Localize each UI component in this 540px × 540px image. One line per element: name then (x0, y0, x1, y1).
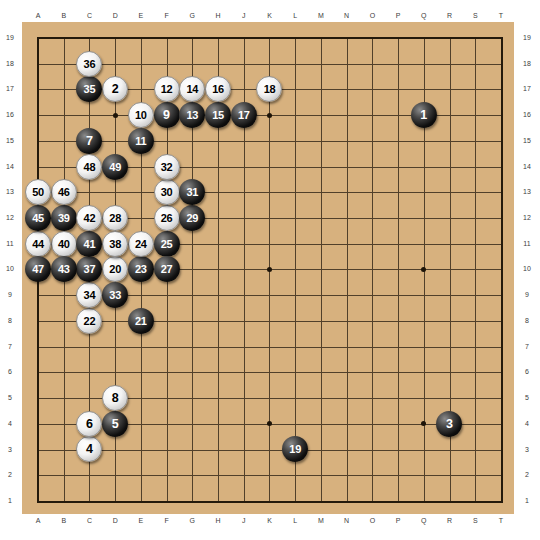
col-label-m-bottom: M (311, 515, 331, 527)
stone-move-50-a13: 50 (25, 179, 51, 205)
stone-move-9-f16: 9 (154, 102, 180, 128)
col-label-g-top: G (182, 10, 202, 22)
col-label-h-bottom: H (208, 515, 228, 527)
stone-move-4-c3: 4 (76, 436, 102, 462)
row-label-6-right: 6 (517, 367, 537, 377)
stone-move-1-q16: 1 (411, 102, 437, 128)
stone-move-11-e15: 11 (128, 128, 154, 154)
row-label-8-right: 8 (517, 316, 537, 326)
col-label-p-top: P (388, 10, 408, 22)
stone-move-5-d4: 5 (102, 411, 128, 437)
stone-move-12-f17: 12 (154, 76, 180, 102)
stone-move-35-c17: 35 (76, 76, 102, 102)
stone-move-40-b11: 40 (51, 231, 77, 257)
stone-move-26-f12: 26 (154, 205, 180, 231)
stone-move-10-e16: 10 (128, 102, 154, 128)
row-label-12-right: 12 (517, 213, 537, 223)
stone-move-16-h17: 16 (205, 76, 231, 102)
stone-move-38-d11: 38 (102, 231, 128, 257)
stone-move-36-c18: 36 (76, 51, 102, 77)
col-label-s-top: S (465, 10, 485, 22)
col-label-o-bottom: O (362, 515, 382, 527)
stone-move-48-c14: 48 (76, 154, 102, 180)
row-label-13-right: 13 (517, 187, 537, 197)
stone-move-24-e11: 24 (128, 231, 154, 257)
stone-move-30-f13: 30 (154, 179, 180, 205)
stone-move-31-g13: 31 (179, 179, 205, 205)
col-label-c-top: C (79, 10, 99, 22)
col-label-f-bottom: F (157, 515, 177, 527)
stone-move-18-k17: 18 (256, 76, 282, 102)
row-label-19-right: 19 (517, 33, 537, 43)
row-label-15-right: 15 (517, 136, 537, 146)
stone-move-42-c12: 42 (76, 205, 102, 231)
stone-move-41-c11: 41 (76, 231, 102, 257)
row-label-8-left: 8 (0, 316, 20, 326)
col-label-g-bottom: G (182, 515, 202, 527)
row-label-16-right: 16 (517, 110, 537, 120)
go-board: 1234567891011121314151617181920212223242… (22, 22, 514, 514)
row-label-17-right: 17 (517, 84, 537, 94)
row-label-18-right: 18 (517, 59, 537, 69)
col-label-b-bottom: B (54, 515, 74, 527)
row-label-14-right: 14 (517, 162, 537, 172)
col-label-t-bottom: T (491, 515, 511, 527)
row-label-2-left: 2 (0, 470, 20, 480)
col-label-q-top: Q (414, 10, 434, 22)
row-label-5-left: 5 (0, 393, 20, 403)
stone-move-25-f11: 25 (154, 231, 180, 257)
stone-move-28-d12: 28 (102, 205, 128, 231)
col-label-p-bottom: P (388, 515, 408, 527)
stone-move-44-a11: 44 (25, 231, 51, 257)
col-label-d-bottom: D (105, 515, 125, 527)
col-label-q-bottom: Q (414, 515, 434, 527)
row-label-9-right: 9 (517, 290, 537, 300)
row-label-12-left: 12 (0, 213, 20, 223)
stone-move-47-a10: 47 (25, 256, 51, 282)
stone-move-32-f14: 32 (154, 154, 180, 180)
row-label-11-left: 11 (0, 239, 20, 249)
row-label-4-left: 4 (0, 419, 20, 429)
col-label-e-bottom: E (131, 515, 151, 527)
row-label-16-left: 16 (0, 110, 20, 120)
col-label-f-top: F (157, 10, 177, 22)
stone-move-33-d9: 33 (102, 282, 128, 308)
row-label-5-right: 5 (517, 393, 537, 403)
stone-move-23-e10: 23 (128, 256, 154, 282)
stone-move-17-j16: 17 (231, 102, 257, 128)
stone-move-8-d5: 8 (102, 385, 128, 411)
row-label-18-left: 18 (0, 59, 20, 69)
col-label-m-top: M (311, 10, 331, 22)
stone-move-15-h16: 15 (205, 102, 231, 128)
stone-move-19-l3: 19 (282, 436, 308, 462)
col-label-h-top: H (208, 10, 228, 22)
stone-move-49-d14: 49 (102, 154, 128, 180)
stone-move-6-c4: 6 (76, 411, 102, 437)
row-label-4-right: 4 (517, 419, 537, 429)
stone-move-14-g17: 14 (179, 76, 205, 102)
row-label-1-left: 1 (0, 496, 20, 506)
stone-move-7-c15: 7 (76, 128, 102, 154)
row-label-7-left: 7 (0, 342, 20, 352)
row-label-17-left: 17 (0, 84, 20, 94)
row-label-19-left: 19 (0, 33, 20, 43)
stone-move-21-e8: 21 (128, 308, 154, 334)
stone-move-29-g12: 29 (179, 205, 205, 231)
stone-move-3-r4: 3 (436, 411, 462, 437)
col-label-r-top: R (440, 10, 460, 22)
row-label-2-right: 2 (517, 470, 537, 480)
col-label-s-bottom: S (465, 515, 485, 527)
stone-move-13-g16: 13 (179, 102, 205, 128)
row-label-6-left: 6 (0, 367, 20, 377)
stone-move-45-a12: 45 (25, 205, 51, 231)
row-label-15-left: 15 (0, 136, 20, 146)
col-label-e-top: E (131, 10, 151, 22)
col-label-j-bottom: J (234, 515, 254, 527)
row-label-7-right: 7 (517, 342, 537, 352)
stone-move-39-b12: 39 (51, 205, 77, 231)
stone-move-46-b13: 46 (51, 179, 77, 205)
col-label-d-top: D (105, 10, 125, 22)
col-label-b-top: B (54, 10, 74, 22)
col-label-l-top: L (285, 10, 305, 22)
col-label-a-top: A (28, 10, 48, 22)
row-label-10-left: 10 (0, 264, 20, 274)
col-label-k-bottom: K (259, 515, 279, 527)
row-label-1-right: 1 (517, 496, 537, 506)
row-label-14-left: 14 (0, 162, 20, 172)
go-diagram: ABCDEFGHJKLMNOPQRST ABCDEFGHJKLMNOPQRST … (0, 0, 540, 540)
col-label-c-bottom: C (79, 515, 99, 527)
row-label-3-left: 3 (0, 445, 20, 455)
col-label-k-top: K (259, 10, 279, 22)
row-label-3-right: 3 (517, 445, 537, 455)
col-label-r-bottom: R (440, 515, 460, 527)
col-label-l-bottom: L (285, 515, 305, 527)
stone-move-37-c10: 37 (76, 256, 102, 282)
row-label-11-right: 11 (517, 239, 537, 249)
row-label-10-right: 10 (517, 264, 537, 274)
stone-move-2-d17: 2 (102, 76, 128, 102)
stones-grid: 1234567891011121314151617181920212223242… (25, 25, 514, 514)
col-label-j-top: J (234, 10, 254, 22)
row-label-9-left: 9 (0, 290, 20, 300)
row-label-13-left: 13 (0, 187, 20, 197)
stone-move-34-c9: 34 (76, 282, 102, 308)
stone-move-20-d10: 20 (102, 256, 128, 282)
col-label-o-top: O (362, 10, 382, 22)
col-label-t-top: T (491, 10, 511, 22)
stone-move-43-b10: 43 (51, 256, 77, 282)
col-label-n-top: N (337, 10, 357, 22)
col-label-n-bottom: N (337, 515, 357, 527)
col-label-a-bottom: A (28, 515, 48, 527)
stone-move-22-c8: 22 (76, 308, 102, 334)
stone-move-27-f10: 27 (154, 256, 180, 282)
